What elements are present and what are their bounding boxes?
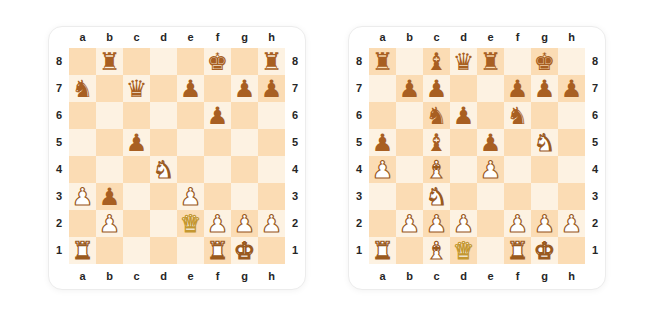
piece-white-pawn[interactable]: ♟ xyxy=(372,158,394,182)
square-e7[interactable]: ♟ xyxy=(177,75,204,102)
piece-white-queen[interactable]: ♛ xyxy=(180,212,202,236)
rank-label-3-right: 3 xyxy=(285,183,305,210)
square-h8[interactable] xyxy=(558,48,585,75)
square-c4[interactable] xyxy=(123,156,150,183)
rank-label-2-right: 2 xyxy=(585,210,605,237)
square-f7[interactable]: ♟ xyxy=(504,75,531,102)
square-h6[interactable] xyxy=(258,102,285,129)
square-d3[interactable] xyxy=(150,183,177,210)
rank-label-4-left: 4 xyxy=(349,156,369,183)
piece-white-pawn[interactable]: ♟ xyxy=(72,185,94,209)
piece-black-pawn[interactable]: ♟ xyxy=(99,185,121,209)
piece-white-pawn[interactable]: ♟ xyxy=(261,212,283,236)
square-f4[interactable] xyxy=(504,156,531,183)
piece-white-knight[interactable]: ♞ xyxy=(534,131,556,155)
rank-label-2-left: 2 xyxy=(49,210,69,237)
rank-label-1-right: 1 xyxy=(285,237,305,264)
rank-label-3-left: 3 xyxy=(49,183,69,210)
square-g6[interactable] xyxy=(531,102,558,129)
square-e6[interactable] xyxy=(177,102,204,129)
rank-label-7-left: 7 xyxy=(349,75,369,102)
square-e3[interactable] xyxy=(477,183,504,210)
square-c3[interactable] xyxy=(123,183,150,210)
piece-black-knight[interactable]: ♞ xyxy=(72,77,94,101)
square-b5[interactable] xyxy=(396,129,423,156)
rank-label-8-left: 8 xyxy=(49,48,69,75)
rank-label-5-right: 5 xyxy=(285,129,305,156)
square-e1[interactable] xyxy=(477,237,504,264)
square-b4[interactable] xyxy=(96,156,123,183)
file-label-b-top: b xyxy=(396,27,423,48)
square-f5[interactable] xyxy=(504,129,531,156)
square-h4[interactable] xyxy=(558,156,585,183)
piece-white-rook[interactable]: ♜ xyxy=(507,239,529,263)
file-label-c-top: c xyxy=(423,27,450,48)
piece-white-pawn[interactable]: ♟ xyxy=(534,212,556,236)
piece-black-bishop[interactable]: ♝ xyxy=(426,50,448,74)
rank-label-8-right: 8 xyxy=(285,48,305,75)
square-a2[interactable] xyxy=(69,210,96,237)
square-a5[interactable]: ♟ xyxy=(369,129,396,156)
rank-label-1-left: 1 xyxy=(49,237,69,264)
file-label-h-bottom: h xyxy=(258,264,285,289)
rank-label-6-right: 6 xyxy=(585,102,605,129)
board-corner xyxy=(349,27,369,48)
square-h2[interactable]: ♟ xyxy=(258,210,285,237)
square-c2[interactable]: ♟ xyxy=(423,210,450,237)
square-e7[interactable] xyxy=(477,75,504,102)
file-label-c-bottom: c xyxy=(423,264,450,289)
square-c1[interactable] xyxy=(123,237,150,264)
square-d4[interactable] xyxy=(450,156,477,183)
square-e4[interactable] xyxy=(177,156,204,183)
file-label-h-top: h xyxy=(558,27,585,48)
piece-black-pawn[interactable]: ♟ xyxy=(507,77,529,101)
rank-label-4-right: 4 xyxy=(585,156,605,183)
board-corner xyxy=(285,27,305,48)
square-d2[interactable] xyxy=(150,210,177,237)
square-f7[interactable] xyxy=(204,75,231,102)
file-label-a-bottom: a xyxy=(69,264,96,289)
square-a5[interactable] xyxy=(69,129,96,156)
piece-black-knight[interactable]: ♞ xyxy=(426,104,448,128)
file-label-g-top: g xyxy=(231,27,258,48)
rank-label-1-right: 1 xyxy=(585,237,605,264)
piece-white-knight[interactable]: ♞ xyxy=(153,158,175,182)
square-d1[interactable]: ♛ xyxy=(450,237,477,264)
file-label-a-top: a xyxy=(369,27,396,48)
file-label-c-top: c xyxy=(123,27,150,48)
piece-white-pawn[interactable]: ♟ xyxy=(426,212,448,236)
file-label-b-bottom: b xyxy=(396,264,423,289)
square-g7[interactable]: ♟ xyxy=(531,75,558,102)
board-corner xyxy=(349,264,369,289)
square-g1[interactable]: ♚ xyxy=(231,237,258,264)
piece-white-king[interactable]: ♚ xyxy=(234,239,256,263)
square-e5[interactable]: ♟ xyxy=(477,129,504,156)
square-h7[interactable]: ♟ xyxy=(558,75,585,102)
square-g4[interactable] xyxy=(231,156,258,183)
square-d3[interactable] xyxy=(450,183,477,210)
rank-label-5-left: 5 xyxy=(49,129,69,156)
square-d6[interactable]: ♟ xyxy=(450,102,477,129)
square-g7[interactable]: ♟ xyxy=(231,75,258,102)
board-corner xyxy=(49,264,69,289)
rank-label-7-right: 7 xyxy=(285,75,305,102)
square-g2[interactable]: ♟ xyxy=(531,210,558,237)
square-g3[interactable] xyxy=(531,183,558,210)
square-d8[interactable] xyxy=(150,48,177,75)
square-a7[interactable]: ♞ xyxy=(69,75,96,102)
piece-white-bishop[interactable]: ♝ xyxy=(426,158,448,182)
file-label-c-bottom: c xyxy=(123,264,150,289)
square-b8[interactable] xyxy=(396,48,423,75)
square-a2[interactable] xyxy=(369,210,396,237)
square-h5[interactable] xyxy=(258,129,285,156)
piece-black-pawn[interactable]: ♟ xyxy=(426,77,448,101)
rank-label-2-right: 2 xyxy=(285,210,305,237)
piece-black-rook[interactable]: ♜ xyxy=(372,50,394,74)
square-h7[interactable]: ♟ xyxy=(258,75,285,102)
square-a1[interactable]: ♜ xyxy=(369,237,396,264)
square-c5[interactable]: ♟ xyxy=(123,129,150,156)
rank-label-6-right: 6 xyxy=(285,102,305,129)
piece-white-pawn[interactable]: ♟ xyxy=(480,158,502,182)
square-b6[interactable] xyxy=(96,102,123,129)
piece-white-bishop[interactable]: ♝ xyxy=(426,239,448,263)
square-d7[interactable] xyxy=(450,75,477,102)
piece-white-pawn[interactable]: ♟ xyxy=(99,212,121,236)
square-f2[interactable]: ♟ xyxy=(204,210,231,237)
square-g6[interactable] xyxy=(231,102,258,129)
square-f4[interactable] xyxy=(204,156,231,183)
square-d2[interactable]: ♟ xyxy=(450,210,477,237)
square-d5[interactable] xyxy=(450,129,477,156)
square-e6[interactable] xyxy=(477,102,504,129)
square-g3[interactable] xyxy=(231,183,258,210)
square-h1[interactable] xyxy=(558,237,585,264)
square-c7[interactable]: ♟ xyxy=(423,75,450,102)
rank-label-8-right: 8 xyxy=(585,48,605,75)
square-a6[interactable] xyxy=(69,102,96,129)
square-g4[interactable] xyxy=(531,156,558,183)
rank-label-1-left: 1 xyxy=(349,237,369,264)
piece-white-king[interactable]: ♚ xyxy=(534,239,556,263)
piece-white-rook[interactable]: ♜ xyxy=(72,239,94,263)
square-d4[interactable]: ♞ xyxy=(150,156,177,183)
piece-black-rook[interactable]: ♜ xyxy=(480,50,502,74)
piece-black-pawn[interactable]: ♟ xyxy=(534,77,556,101)
file-label-b-top: b xyxy=(96,27,123,48)
file-label-f-top: f xyxy=(204,27,231,48)
square-d5[interactable] xyxy=(150,129,177,156)
rank-label-6-left: 6 xyxy=(49,102,69,129)
square-c3[interactable]: ♞ xyxy=(423,183,450,210)
file-label-e-bottom: e xyxy=(477,264,504,289)
square-d8[interactable]: ♛ xyxy=(450,48,477,75)
rank-label-5-left: 5 xyxy=(349,129,369,156)
board-corner xyxy=(285,264,305,289)
rank-label-3-left: 3 xyxy=(349,183,369,210)
square-f5[interactable] xyxy=(204,129,231,156)
piece-black-bishop[interactable]: ♝ xyxy=(426,131,448,155)
rank-label-6-left: 6 xyxy=(349,102,369,129)
file-label-g-bottom: g xyxy=(531,264,558,289)
piece-black-rook[interactable]: ♜ xyxy=(99,50,121,74)
square-c8[interactable]: ♝ xyxy=(423,48,450,75)
square-b7[interactable] xyxy=(96,75,123,102)
piece-white-pawn[interactable]: ♟ xyxy=(399,212,421,236)
square-f1[interactable]: ♜ xyxy=(204,237,231,264)
square-a7[interactable] xyxy=(369,75,396,102)
square-c5[interactable]: ♝ xyxy=(423,129,450,156)
piece-white-rook[interactable]: ♜ xyxy=(372,239,394,263)
square-g1[interactable]: ♚ xyxy=(531,237,558,264)
file-label-d-bottom: d xyxy=(150,264,177,289)
rank-label-7-right: 7 xyxy=(585,75,605,102)
file-label-g-top: g xyxy=(531,27,558,48)
file-label-h-bottom: h xyxy=(558,264,585,289)
square-b2[interactable]: ♟ xyxy=(396,210,423,237)
square-h1[interactable] xyxy=(258,237,285,264)
board-corner xyxy=(585,264,605,289)
file-label-f-bottom: f xyxy=(204,264,231,289)
square-f8[interactable] xyxy=(504,48,531,75)
square-f8[interactable]: ♚ xyxy=(204,48,231,75)
square-f6[interactable]: ♞ xyxy=(504,102,531,129)
piece-white-knight[interactable]: ♞ xyxy=(426,185,448,209)
piece-black-pawn[interactable]: ♟ xyxy=(453,104,475,128)
piece-black-king[interactable]: ♚ xyxy=(207,50,229,74)
square-h2[interactable]: ♟ xyxy=(558,210,585,237)
square-f2[interactable]: ♟ xyxy=(504,210,531,237)
square-b4[interactable] xyxy=(396,156,423,183)
square-b3[interactable]: ♟ xyxy=(96,183,123,210)
square-b7[interactable]: ♟ xyxy=(396,75,423,102)
file-label-e-bottom: e xyxy=(177,264,204,289)
file-label-e-top: e xyxy=(477,27,504,48)
square-c7[interactable]: ♛ xyxy=(123,75,150,102)
square-a3[interactable]: ♟ xyxy=(69,183,96,210)
square-h6[interactable] xyxy=(558,102,585,129)
square-b8[interactable]: ♜ xyxy=(96,48,123,75)
piece-black-knight[interactable]: ♞ xyxy=(507,104,529,128)
square-d6[interactable] xyxy=(150,102,177,129)
file-label-e-top: e xyxy=(177,27,204,48)
square-e3[interactable]: ♟ xyxy=(177,183,204,210)
square-b1[interactable] xyxy=(396,237,423,264)
file-label-d-top: d xyxy=(150,27,177,48)
rank-label-4-left: 4 xyxy=(49,156,69,183)
square-h8[interactable]: ♜ xyxy=(258,48,285,75)
square-f3[interactable] xyxy=(204,183,231,210)
piece-black-pawn[interactable]: ♟ xyxy=(372,131,394,155)
chessboard-left: abcdefgh8♜♚♜87♞♛♟♟♟76♟65♟54♞43♟♟♟32♟♛♟♟♟… xyxy=(48,26,306,290)
square-g5[interactable]: ♞ xyxy=(531,129,558,156)
board-corner xyxy=(49,27,69,48)
rank-label-2-left: 2 xyxy=(349,210,369,237)
file-label-b-bottom: b xyxy=(96,264,123,289)
rank-label-7-left: 7 xyxy=(49,75,69,102)
piece-black-pawn[interactable]: ♟ xyxy=(261,77,283,101)
square-h3[interactable] xyxy=(558,183,585,210)
square-b1[interactable] xyxy=(96,237,123,264)
square-g8[interactable] xyxy=(231,48,258,75)
file-label-d-top: d xyxy=(450,27,477,48)
rank-label-4-right: 4 xyxy=(285,156,305,183)
square-g2[interactable]: ♟ xyxy=(231,210,258,237)
square-e8[interactable]: ♜ xyxy=(477,48,504,75)
piece-white-pawn[interactable]: ♟ xyxy=(561,212,583,236)
square-e2[interactable] xyxy=(477,210,504,237)
square-f6[interactable]: ♟ xyxy=(204,102,231,129)
square-e5[interactable] xyxy=(177,129,204,156)
board-corner xyxy=(585,27,605,48)
square-d7[interactable] xyxy=(150,75,177,102)
file-label-f-top: f xyxy=(504,27,531,48)
piece-white-pawn[interactable]: ♟ xyxy=(180,185,202,209)
file-label-a-bottom: a xyxy=(369,264,396,289)
file-label-g-bottom: g xyxy=(231,264,258,289)
piece-black-pawn[interactable]: ♟ xyxy=(207,104,229,128)
square-a4[interactable]: ♟ xyxy=(369,156,396,183)
square-a8[interactable] xyxy=(69,48,96,75)
square-e4[interactable]: ♟ xyxy=(477,156,504,183)
piece-white-pawn[interactable]: ♟ xyxy=(207,212,229,236)
square-a6[interactable] xyxy=(369,102,396,129)
square-c6[interactable] xyxy=(123,102,150,129)
piece-white-pawn[interactable]: ♟ xyxy=(453,212,475,236)
square-c2[interactable] xyxy=(123,210,150,237)
piece-white-rook[interactable]: ♜ xyxy=(207,239,229,263)
piece-black-pawn[interactable]: ♟ xyxy=(180,77,202,101)
piece-black-pawn[interactable]: ♟ xyxy=(234,77,256,101)
square-e2[interactable]: ♛ xyxy=(177,210,204,237)
file-label-d-bottom: d xyxy=(450,264,477,289)
piece-white-queen[interactable]: ♛ xyxy=(453,239,475,263)
rank-label-5-right: 5 xyxy=(585,129,605,156)
rank-label-3-right: 3 xyxy=(585,183,605,210)
square-h5[interactable] xyxy=(558,129,585,156)
file-label-h-top: h xyxy=(258,27,285,48)
square-b2[interactable]: ♟ xyxy=(96,210,123,237)
piece-black-queen[interactable]: ♛ xyxy=(453,50,475,74)
square-e1[interactable] xyxy=(177,237,204,264)
piece-white-pawn[interactable]: ♟ xyxy=(507,212,529,236)
square-a3[interactable] xyxy=(369,183,396,210)
square-g5[interactable] xyxy=(231,129,258,156)
piece-black-king[interactable]: ♚ xyxy=(534,50,556,74)
square-c6[interactable]: ♞ xyxy=(423,102,450,129)
square-b5[interactable] xyxy=(96,129,123,156)
piece-black-queen[interactable]: ♛ xyxy=(126,77,148,101)
square-f1[interactable]: ♜ xyxy=(504,237,531,264)
square-a4[interactable] xyxy=(69,156,96,183)
square-c1[interactable]: ♝ xyxy=(423,237,450,264)
chessboard-right: abcdefgh8♜♝♛♜♚87♟♟♟♟♟76♞♟♞65♟♝♟♞54♟♝♟43♞… xyxy=(348,26,606,290)
square-h4[interactable] xyxy=(258,156,285,183)
piece-black-pawn[interactable]: ♟ xyxy=(480,131,502,155)
square-d1[interactable] xyxy=(150,237,177,264)
piece-black-pawn[interactable]: ♟ xyxy=(126,131,148,155)
square-g8[interactable]: ♚ xyxy=(531,48,558,75)
square-e8[interactable] xyxy=(177,48,204,75)
square-a1[interactable]: ♜ xyxy=(69,237,96,264)
piece-white-pawn[interactable]: ♟ xyxy=(234,212,256,236)
square-b6[interactable] xyxy=(396,102,423,129)
square-h3[interactable] xyxy=(258,183,285,210)
piece-black-pawn[interactable]: ♟ xyxy=(399,77,421,101)
square-b3[interactable] xyxy=(396,183,423,210)
square-f3[interactable] xyxy=(504,183,531,210)
rank-label-8-left: 8 xyxy=(349,48,369,75)
piece-black-pawn[interactable]: ♟ xyxy=(561,77,583,101)
square-c8[interactable] xyxy=(123,48,150,75)
square-a8[interactable]: ♜ xyxy=(369,48,396,75)
file-label-a-top: a xyxy=(69,27,96,48)
square-c4[interactable]: ♝ xyxy=(423,156,450,183)
file-label-f-bottom: f xyxy=(504,264,531,289)
piece-black-rook[interactable]: ♜ xyxy=(261,50,283,74)
